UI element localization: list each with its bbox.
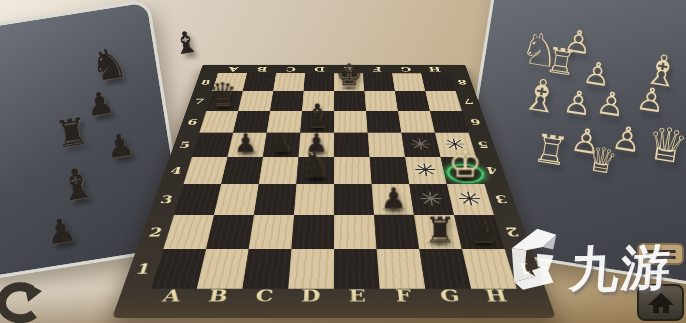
square-c7[interactable] bbox=[270, 91, 303, 111]
square-h4[interactable]: ♔ bbox=[441, 157, 485, 184]
square-g5[interactable]: ✳ bbox=[401, 133, 440, 157]
square-f8[interactable] bbox=[363, 73, 395, 91]
undo-button[interactable] bbox=[0, 282, 42, 323]
square-f1[interactable] bbox=[377, 249, 426, 289]
black-pawn-tray[interactable]: ♟ bbox=[44, 212, 78, 249]
file-label-top-f: F bbox=[362, 66, 392, 73]
white-queen-tray[interactable]: ♕ bbox=[584, 141, 619, 179]
black-pawn-f3[interactable]: ♟ bbox=[381, 185, 407, 213]
drawer-handle-icon bbox=[645, 256, 675, 259]
black-pawn-b5[interactable]: ♟ bbox=[234, 131, 257, 156]
square-g7[interactable] bbox=[395, 91, 430, 111]
square-d3[interactable] bbox=[294, 184, 334, 215]
square-a5[interactable] bbox=[192, 133, 233, 157]
square-e2[interactable] bbox=[334, 215, 377, 250]
rank-label-right-8: 8 bbox=[453, 78, 472, 86]
square-e3[interactable] bbox=[334, 184, 374, 215]
square-c2[interactable] bbox=[249, 215, 294, 250]
home-button[interactable] bbox=[637, 284, 684, 321]
square-g2[interactable]: ♜ bbox=[414, 215, 462, 250]
rank-label-right-2: 2 bbox=[499, 224, 526, 239]
white-bishop-tray[interactable]: ♗ bbox=[518, 71, 564, 121]
square-f6[interactable] bbox=[366, 111, 401, 133]
black-rook-g2[interactable]: ♜ bbox=[424, 213, 456, 247]
black-pawn-h2[interactable]: ♟ bbox=[469, 217, 497, 246]
square-e5[interactable] bbox=[334, 133, 370, 157]
square-d8[interactable] bbox=[304, 73, 334, 91]
file-label-top-b: B bbox=[247, 66, 277, 73]
black-bishop-d6[interactable]: ♝ bbox=[303, 101, 332, 132]
square-c4[interactable] bbox=[259, 157, 299, 184]
black-pawn-tray[interactable]: ♟ bbox=[104, 128, 136, 163]
black-knight-tray[interactable]: ♞ bbox=[87, 41, 131, 88]
rank-label-left-2: 2 bbox=[142, 224, 169, 239]
white-king-h4[interactable]: ♔ bbox=[448, 146, 482, 182]
square-d2[interactable] bbox=[291, 215, 334, 250]
square-b8[interactable] bbox=[243, 73, 276, 91]
square-c5[interactable]: ♟ bbox=[263, 133, 300, 157]
square-f5[interactable] bbox=[368, 133, 405, 157]
square-a7[interactable]: ♛ bbox=[206, 91, 243, 111]
square-g6[interactable] bbox=[398, 111, 435, 133]
square-b3[interactable] bbox=[214, 184, 259, 215]
file-label-top-a: A bbox=[218, 66, 249, 73]
square-f2[interactable] bbox=[374, 215, 419, 250]
square-b4[interactable] bbox=[221, 157, 263, 184]
square-f4[interactable] bbox=[370, 157, 410, 184]
white-rook-tray[interactable]: ♖ bbox=[531, 128, 572, 172]
square-h6[interactable] bbox=[430, 111, 469, 133]
rank-label-left-3: 3 bbox=[154, 193, 179, 206]
black-king-e8[interactable]: ♚ bbox=[336, 61, 363, 90]
chess-app-scene: ♚♛♝♟♟♟✳✳♞✳♔♟✳✳♜♟ AABBCCDDEEFFGGHH8877665… bbox=[0, 0, 686, 323]
square-d4[interactable]: ♞ bbox=[296, 157, 334, 184]
rank-label-right-3: 3 bbox=[489, 193, 514, 206]
white-pawn-tray[interactable]: ♙ bbox=[634, 82, 667, 118]
square-c1[interactable] bbox=[243, 249, 292, 289]
rank-label-left-1: 1 bbox=[128, 260, 158, 277]
square-a4[interactable] bbox=[184, 157, 228, 184]
square-h8[interactable] bbox=[421, 73, 456, 91]
home-icon bbox=[647, 291, 675, 315]
rank-label-left-5: 5 bbox=[174, 140, 196, 150]
square-a6[interactable] bbox=[199, 111, 238, 133]
rank-label-left-6: 6 bbox=[182, 117, 203, 126]
undo-arrow-icon bbox=[0, 282, 42, 323]
tray-drawer-handle[interactable] bbox=[637, 243, 684, 265]
white-queen-tray[interactable]: ♕ bbox=[643, 119, 686, 171]
square-c8[interactable] bbox=[273, 73, 305, 91]
black-pawn-c5[interactable]: ♟ bbox=[269, 131, 292, 156]
square-e7[interactable] bbox=[334, 91, 366, 111]
white-pawn-tray[interactable]: ♙ bbox=[594, 86, 627, 122]
black-knight-d4[interactable]: ♞ bbox=[299, 148, 331, 182]
square-f7[interactable] bbox=[364, 91, 397, 111]
black-bishop-tray[interactable]: ♝ bbox=[170, 26, 201, 60]
white-pawn-tray[interactable]: ♙ bbox=[561, 85, 594, 121]
drawer-handle-icon bbox=[645, 250, 675, 253]
table-edge-shading bbox=[0, 291, 686, 323]
rank-label-left-7: 7 bbox=[190, 97, 210, 106]
square-f3[interactable]: ♟ bbox=[372, 184, 414, 215]
rank-label-left-4: 4 bbox=[164, 165, 188, 177]
square-e4[interactable] bbox=[334, 157, 372, 184]
board-squares-grid: ♚♛♝♟♟♟✳✳♞✳♔♟✳✳♜♟ bbox=[151, 73, 517, 288]
rank-label-right-1: 1 bbox=[510, 260, 540, 277]
square-e8[interactable]: ♚ bbox=[334, 73, 364, 91]
square-h2[interactable]: ♟ bbox=[454, 215, 505, 250]
rank-label-right-7: 7 bbox=[459, 97, 479, 106]
square-e6[interactable] bbox=[334, 111, 368, 133]
rank-label-right-6: 6 bbox=[465, 117, 486, 126]
move-hint-star-g5[interactable]: ✳ bbox=[401, 133, 440, 157]
black-queen-a7[interactable]: ♛ bbox=[208, 79, 237, 109]
square-c3[interactable] bbox=[254, 184, 296, 215]
square-e1[interactable] bbox=[334, 249, 380, 289]
square-g8[interactable] bbox=[392, 73, 425, 91]
square-h1[interactable] bbox=[462, 249, 517, 289]
file-label-top-d: D bbox=[305, 66, 334, 73]
file-label-top-g: G bbox=[391, 66, 421, 73]
square-d1[interactable] bbox=[288, 249, 334, 289]
black-bishop-tray[interactable]: ♝ bbox=[55, 161, 99, 208]
black-rook-tray[interactable]: ♜ bbox=[53, 112, 92, 154]
square-h7[interactable] bbox=[425, 91, 462, 111]
file-label-top-h: H bbox=[419, 66, 450, 73]
file-label-top-c: C bbox=[276, 66, 306, 73]
square-b1[interactable] bbox=[197, 249, 249, 289]
black-pawn-tray[interactable]: ♟ bbox=[84, 86, 116, 121]
square-b2[interactable] bbox=[206, 215, 254, 250]
square-b7[interactable] bbox=[238, 91, 273, 111]
square-b5[interactable]: ♟ bbox=[227, 133, 266, 157]
